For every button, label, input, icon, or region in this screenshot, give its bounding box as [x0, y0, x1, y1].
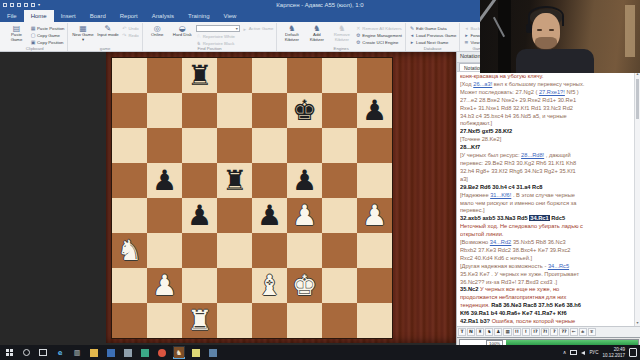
move-text[interactable]: 27.Nxf5 gxf5 28.Kf2	[460, 128, 512, 134]
notation-line: мало чем рискуют и именно они борются за	[460, 200, 634, 208]
square-b7[interactable]	[147, 93, 182, 128]
load-next-game-button[interactable]: ▸Load Next Game	[409, 39, 456, 45]
copy-game-button[interactable]: ▢Copy Game	[30, 32, 64, 38]
new-game-button[interactable]: ▦New Game ▾	[71, 23, 94, 42]
variation-text: перевес: 29.Be2 Rh3 30.Kg2 Rh6 31.Kf1 Kh…	[460, 160, 576, 166]
notation-line: 36.Nc2?? из-за Rd3+! 37.Bxd3 cxd3 .]	[460, 279, 634, 287]
variation-text: , дающий	[544, 152, 571, 158]
view-game-history-icon: ≡	[463, 39, 469, 45]
notation-line: [У черных был ресурс: 28...Rd8! , дающий	[460, 152, 634, 160]
notation-line: перевес: 29.Be2 Rh3 30.Kg2 Rh6 31.Kf1 Kh…	[460, 160, 634, 168]
tab-home[interactable]: Home	[24, 10, 54, 22]
tab-analysis[interactable]: Analysis	[145, 10, 181, 22]
button-label: Copy Position	[37, 40, 64, 45]
square-f1[interactable]	[287, 303, 322, 338]
task-view-icon[interactable]	[37, 346, 49, 359]
black-pawn-h7[interactable]: ♟	[357, 93, 392, 128]
variation-text: 36.Nc2?? из-за Rd3+! 37.Bxd3 cxd3 .]	[460, 279, 557, 285]
annotation-text: Неточный ход. Не следовало убирать ладью…	[460, 223, 583, 229]
redo-icon: ↷	[121, 32, 127, 38]
white-rook-c1[interactable]: ♜	[182, 303, 217, 338]
button-label: Paste Game	[5, 33, 28, 42]
square-g1[interactable]	[322, 303, 357, 338]
notation-line: 35.Nc2 У черных все еще не хуже, но	[460, 286, 634, 294]
square-b6[interactable]	[147, 128, 182, 163]
square-d3[interactable]	[217, 233, 252, 268]
annotation-text: У черных все еще не хуже, но	[480, 286, 559, 292]
variation-text: Nf5 )	[565, 89, 579, 95]
square-e1[interactable]	[252, 303, 287, 338]
square-f3[interactable]	[287, 233, 322, 268]
square-g5[interactable]	[322, 163, 357, 198]
move-text[interactable]: Kf6 39.Ra1 b4 40.Ra6+ Ke7 41.Ra7+ Kf6	[460, 310, 567, 316]
variation-text: мало чем рискуют и именно они борются за	[460, 200, 576, 206]
annotation-symbol-button[interactable]: ?!	[541, 328, 550, 336]
ribbon-group-label: Database	[409, 46, 456, 51]
notation-line: перевес.]	[460, 207, 634, 215]
variation-text: [Надежнее	[460, 192, 490, 198]
ribbon-group-database: ✎Edit Game Data◂Load Previous Game▸Load …	[406, 23, 460, 51]
square-d2[interactable]	[217, 268, 252, 303]
aquarium-app-icon[interactable]: ♞	[173, 346, 185, 359]
annotation-symbol-button[interactable]: ??	[559, 328, 568, 336]
presenter-torso	[516, 49, 594, 73]
paste-game-button[interactable]: ▤Paste Game	[5, 23, 28, 42]
button-label: Hard Disk	[173, 33, 192, 38]
tab-board[interactable]: Board	[83, 10, 113, 22]
move-link[interactable]: 34...Rd2	[490, 239, 512, 245]
variation-text: [У черных был ресурс:	[460, 152, 521, 158]
square-h6[interactable]	[357, 128, 392, 163]
square-f8[interactable]	[287, 58, 322, 93]
add-kibitzer-button[interactable]: ♞Add Kibitzer	[305, 23, 328, 42]
variation-text: [Точнее 28.Ke2]	[460, 136, 501, 142]
square-c5[interactable]	[182, 163, 217, 198]
button-label: Input mode	[97, 33, 119, 38]
white-pawn-f4[interactable]: ♟	[287, 198, 322, 233]
notation-line: [Другая надежная возможность - 34...Rc5	[460, 263, 634, 271]
paste-position-icon: ▦	[30, 25, 36, 31]
notation-line: a3]	[460, 176, 634, 184]
square-b8[interactable]	[147, 58, 182, 93]
square-h1[interactable]	[357, 303, 392, 338]
variation-text: Может последовать: 27.Ng2 (	[460, 89, 539, 95]
create-uci-engine-icon: ⚙	[355, 39, 361, 45]
notation-line: Rxe1+ 31.Nxe1 Rd8 32.Kf1 Rd1 33.Nc3 Rd2	[460, 105, 634, 113]
variation-text: побеждают.]	[460, 120, 492, 126]
variation-text: 34.b3 c4 35.bxc4 b4 36.Nd5 a5, и черные	[460, 113, 567, 119]
notation-line: Неточный ход. Не следовало убирать ладью…	[460, 223, 634, 231]
progress-row: 100%	[457, 337, 640, 345]
variation-text: . В этом случае черные	[511, 192, 575, 198]
load-previous-game-icon: ◂	[409, 32, 415, 38]
edit-game-data-icon: ✎	[409, 25, 415, 31]
square-h3[interactable]	[357, 233, 392, 268]
variation-text: 35.Nxb5 Rb8 36.Nc3	[511, 239, 565, 245]
edit-game-data-button[interactable]: ✎Edit Game Data	[409, 25, 456, 31]
square-a1[interactable]	[112, 303, 147, 338]
variation-text: Rbxb2 37.Ke3 Rdc2 38.Bxc4+ Ke7 39.Rxc2	[460, 247, 571, 253]
current-move[interactable]: 34.Rc1	[529, 215, 549, 221]
white-pawn-h4[interactable]: ♟	[357, 198, 392, 233]
square-g2[interactable]	[322, 268, 357, 303]
notation-line: 42.Ra1 b3? Ошибка, после которой черные	[460, 318, 634, 326]
white-bishop-e2[interactable]: ♝	[252, 268, 287, 303]
taskbar-icons: e▥♞	[3, 346, 219, 359]
square-c6[interactable]	[182, 128, 217, 163]
square-b1[interactable]	[147, 303, 182, 338]
square-b4[interactable]	[147, 198, 182, 233]
redo-button: ↷Redo	[121, 32, 138, 38]
button-label: Paste Position	[37, 26, 64, 31]
white-king-f2[interactable]: ♚	[287, 268, 322, 303]
search-icon[interactable]	[20, 346, 32, 359]
network-icon[interactable]	[570, 350, 577, 355]
annotation-text: коня-красавца на убогую клячу.	[460, 73, 543, 79]
button-label: Add Kibitzer	[305, 33, 328, 42]
variation-text: 27...e2 28.Bxe2 Nxe2+ 29.Rxe2 Rd1+ 30.Re…	[460, 97, 576, 103]
square-a4[interactable]	[112, 198, 147, 233]
move-link[interactable]: 26...a3!	[473, 81, 492, 87]
notation-line: 27.Nxf5 gxf5 28.Kf2	[460, 128, 634, 136]
square-g4[interactable]	[322, 198, 357, 233]
square-h2[interactable]	[357, 268, 392, 303]
variation-text: [Другая надежная возможность -	[460, 263, 548, 269]
notation-line: [Ход 26...a3! вел к большому перевесу че…	[460, 81, 634, 89]
annotation-symbol-button[interactable]: ♜	[476, 328, 484, 336]
variation-text: вел к большому перевесу черных.	[492, 81, 584, 87]
square-c4[interactable]: ♟	[182, 198, 217, 233]
app-icon-3[interactable]	[139, 346, 151, 359]
chess-board: ♜♚♟♟♜♟♟♟♟♟♞♟♝♚♜	[111, 57, 393, 339]
square-e4[interactable]: ♟	[252, 198, 287, 233]
button-label: Load Previous Game	[416, 33, 456, 38]
move-link[interactable]: 34...Rc5	[548, 263, 569, 269]
tray-chevron-up-icon[interactable]: ∧	[563, 350, 567, 355]
create-uci-engine-button[interactable]: ⚙Create UCI Engine	[355, 39, 402, 45]
button-label: Engine Management	[362, 33, 402, 38]
app-icon-2[interactable]	[122, 346, 134, 359]
notation-line: 27...e2 28.Bxe2 Nxe2+ 29.Rxe2 Rd1+ 30.Re…	[460, 97, 634, 105]
square-b3[interactable]	[147, 233, 182, 268]
back-icon: ◂	[463, 25, 469, 31]
variation-text: [Возможно	[460, 239, 490, 245]
annotation-symbol-button[interactable]: !!	[513, 328, 521, 336]
square-d8[interactable]	[217, 58, 252, 93]
square-g7[interactable]	[322, 93, 357, 128]
tab-insert[interactable]: Insert	[54, 10, 83, 22]
notation-line: продолжается неблагоприятная для них	[460, 294, 634, 302]
variation-text: 35.Ke3 Ke7 . У черных не хуже. Проигрыва…	[460, 271, 579, 277]
square-e5[interactable]	[252, 163, 287, 198]
button-label: Default Kibitzer	[280, 33, 303, 42]
square-c2[interactable]	[182, 268, 217, 303]
variation-text: Rxe1+ 31.Nxe1 Rd8 32.Kf1 Rd1 33.Nc3 Rd2	[460, 105, 573, 111]
square-h7[interactable]: ♟	[357, 93, 392, 128]
notation-line: побеждают.]	[460, 120, 634, 128]
system-tray: ∧ РУС 20:49 10.12.2017	[563, 347, 637, 358]
move-text[interactable]: 29.Be2 Rd6 30.h4 c4 31.a4 Rc8	[460, 184, 543, 190]
button-label: Undo	[128, 26, 138, 31]
notation-line: 28...Kf7	[460, 144, 634, 152]
square-g8[interactable]	[322, 58, 357, 93]
remove-all-kibitzers-icon: ✕	[355, 25, 361, 31]
square-d4[interactable]	[217, 198, 252, 233]
ribbon-group-label: Clipboard	[5, 46, 64, 51]
annotation-symbol-button[interactable]: ∓	[588, 328, 596, 336]
ribbon-group-label: game	[71, 46, 138, 51]
white-pawn-b2[interactable]: ♟	[147, 268, 182, 303]
undo-button: ↶Undo	[121, 25, 138, 31]
square-f5[interactable]: ♟	[287, 163, 322, 198]
square-a8[interactable]	[112, 58, 147, 93]
ribbon-group-label: Find Position	[146, 46, 274, 51]
square-d1[interactable]	[217, 303, 252, 338]
button-label: Remove All Kibitzers	[362, 26, 401, 31]
square-b5[interactable]: ♟	[147, 163, 182, 198]
black-rook-d5[interactable]: ♜	[217, 163, 252, 198]
tab-file[interactable]: File	[0, 10, 24, 22]
move-text[interactable]: Ra8 36.Ne3 Rac8 37.h5 Ke6 38.h6	[491, 302, 581, 308]
square-e6[interactable]	[252, 128, 287, 163]
copy-position-icon: ▣	[30, 39, 36, 45]
notation-line: Rxc2 40.Kd4 Kd6 с ничьей.]	[460, 255, 634, 263]
store-icon[interactable]: ▥	[71, 346, 83, 359]
square-a2[interactable]	[112, 268, 147, 303]
black-pawn-c4[interactable]: ♟	[182, 198, 217, 233]
copy-game-icon: ▢	[30, 32, 36, 38]
button-label: Edit Game Data	[416, 26, 447, 31]
square-e3[interactable]	[252, 233, 287, 268]
black-pawn-e4[interactable]: ♟	[252, 198, 287, 233]
square-b2[interactable]: ♟	[147, 268, 182, 303]
edge-icon[interactable]: e	[54, 346, 66, 359]
square-c1[interactable]: ♜	[182, 303, 217, 338]
variation-text: [Ход	[460, 81, 473, 87]
square-c8[interactable]: ♜	[182, 58, 217, 93]
square-f2[interactable]: ♚	[287, 268, 322, 303]
paste-position-button[interactable]: ▦Paste Position	[30, 25, 64, 31]
white-knight-a3[interactable]: ♞	[112, 233, 147, 268]
repertoire-white-icon: ♘	[196, 33, 202, 39]
button-label: New Game ▾	[71, 33, 94, 42]
engine-management-icon: ⚙	[355, 32, 361, 38]
board-area-background: ♜♚♟♟♜♟♟♟♟♟♞♟♝♚♜	[0, 52, 456, 345]
tab-report[interactable]: Report	[113, 10, 145, 22]
black-king-f7[interactable]: ♚	[287, 93, 322, 128]
active-game-icon: ▸	[242, 26, 248, 32]
square-h8[interactable]	[357, 58, 392, 93]
headphone-earcup	[526, 24, 532, 33]
notation-text: коня-красавца на убогую клячу.[Ход 26...…	[457, 71, 634, 326]
black-pawn-b5[interactable]: ♟	[147, 163, 182, 198]
move-text[interactable]: 28...Kf7	[460, 144, 480, 150]
black-pawn-f5[interactable]: ♟	[287, 163, 322, 198]
notation-line: 29.Be2 Rd6 30.h4 c4 31.a4 Rc8	[460, 184, 634, 192]
notes-icon[interactable]	[190, 346, 202, 359]
square-g6[interactable]	[322, 128, 357, 163]
button-label: Create UCI Engine	[362, 40, 398, 45]
online-button[interactable]: ◎Online	[146, 23, 169, 38]
windows-taskbar: e▥♞ ∧ РУС 20:49 10.12.2017	[0, 345, 640, 360]
load-previous-game-button[interactable]: ◂Load Previous Game	[409, 32, 456, 38]
move-text[interactable]: 42.Ra1 b3?	[460, 318, 492, 324]
presenter-eye	[549, 29, 554, 31]
repertoire-white-button: ♘Repertoire White	[196, 33, 274, 39]
square-h4[interactable]: ♟	[357, 198, 392, 233]
button-label: Active Game	[249, 26, 274, 31]
button-label: Online	[151, 33, 163, 38]
load-next-game-icon: ▸	[409, 39, 415, 45]
notation-line: Может последовать: 27.Ng2 ( 27.Rxe1?! Nf…	[460, 89, 634, 97]
notation-line: коня-красавца на убогую клячу.	[460, 73, 634, 81]
annotation-text: тенденция.	[460, 302, 491, 308]
move-link[interactable]: 27.Rxe1?!	[539, 89, 565, 95]
annotation-text: продолжается неблагоприятная для них	[460, 294, 566, 300]
annotation-symbol-button[interactable]: ←	[570, 328, 578, 336]
copy-position-button[interactable]: ▣Copy Position	[30, 39, 64, 45]
annotation-symbol-button[interactable]: !?	[531, 328, 540, 336]
annotation-toolbar: ТN♜♞♟▦!!!!??!???←±∓	[457, 326, 640, 337]
annotation-symbol-button[interactable]: ♟	[494, 328, 502, 336]
tab-training[interactable]: Training	[181, 10, 216, 22]
annotation-symbol-button[interactable]: ♞	[485, 328, 493, 336]
square-a5[interactable]	[112, 163, 147, 198]
square-a7[interactable]	[112, 93, 147, 128]
ribbon-group-engines: ♞Default Kibitzer♞Add Kibitzer♞Remove Ki…	[277, 23, 406, 51]
presenter-beard	[535, 37, 557, 50]
square-g3[interactable]	[322, 233, 357, 268]
move-text[interactable]: Rdc5	[550, 215, 566, 221]
presenter-eye	[537, 29, 542, 31]
variation-text: Rxc2 40.Kd4 Kd6 с ничьей.]	[460, 255, 532, 261]
default-kibitzer-button[interactable]: ♞Default Kibitzer	[280, 23, 303, 42]
input-mode-button[interactable]: ✎Input mode	[96, 23, 119, 38]
annotation-symbol-button[interactable]: Т	[458, 328, 466, 336]
speaker-icon[interactable]	[581, 351, 585, 355]
button-label: Back	[470, 26, 480, 31]
tab-view[interactable]: View	[217, 10, 244, 22]
background-frame	[625, 5, 635, 57]
undo-icon: ↶	[121, 25, 127, 31]
forward-icon: ▸	[463, 32, 469, 38]
remove-kibitzer-button: ♞Remove Kibitzer	[330, 23, 353, 42]
scroll-down-icon[interactable]: ▼	[635, 321, 640, 325]
square-f7[interactable]: ♚	[287, 93, 322, 128]
webcam-video	[480, 0, 640, 73]
annotation-symbol-button[interactable]: ±	[579, 328, 587, 336]
notation-line: тенденция. Ra8 36.Ne3 Rac8 37.h5 Ke6 38.…	[460, 302, 634, 310]
ribbon-group-label: Engines	[280, 46, 402, 51]
square-e7[interactable]	[252, 93, 287, 128]
find-position-combobox[interactable]	[196, 25, 240, 32]
square-h5[interactable]	[357, 163, 392, 198]
application-window: ▾ Карлсен - Адамс А55 (юол), 1:0 File Ho…	[0, 0, 640, 360]
square-d5[interactable]: ♜	[217, 163, 252, 198]
button-label: Load Next Game	[416, 40, 448, 45]
notation-line: Rbxb2 37.Ke3 Rdc2 38.Bxc4+ Ke7 39.Rxc2	[460, 247, 634, 255]
black-rook-c8[interactable]: ♜	[182, 58, 217, 93]
app-icon-1[interactable]	[105, 346, 117, 359]
notation-line: 35.Ke3 Ke7 . У черных не хуже. Проигрыва…	[460, 271, 634, 279]
ribbon-group-clipboard: ▤Paste Game▦Paste Position▢Copy Game▣Cop…	[2, 23, 68, 51]
start-button[interactable]	[3, 346, 15, 359]
square-a6[interactable]	[112, 128, 147, 163]
notation-scrollbar[interactable]: ▲ ▼	[634, 71, 640, 326]
square-a3[interactable]: ♞	[112, 233, 147, 268]
board-frame: ♜♚♟♟♜♟♟♟♟♟♞♟♝♚♜	[106, 52, 456, 343]
language-indicator[interactable]: РУС	[589, 350, 598, 355]
move-text[interactable]: 35.Nc2	[460, 286, 480, 292]
notation-line: Kf6 39.Ra1 b4 40.Ra6+ Ke7 41.Ra7+ Kf6	[460, 310, 634, 318]
notation-line: 32.axb5 axb5 33.Na3 Rd5 34.Rc1 Rdc5	[460, 215, 634, 223]
square-e2[interactable]: ♝	[252, 268, 287, 303]
notation-panel: Notation + Op Notation коня-красавца на …	[456, 52, 640, 345]
variation-text: перевес.]	[460, 207, 485, 213]
engine-management-button[interactable]: ⚙Engine Management	[355, 32, 402, 38]
button-label: Repertoire White	[203, 34, 235, 39]
annotation-symbol-button[interactable]: !	[522, 328, 530, 336]
ribbon-group-game: ▦New Game ▾✎Input mode↶Undo↷Redogame	[68, 23, 142, 51]
move-link[interactable]: 31...Kf6!	[490, 192, 511, 198]
move-link[interactable]: 28...Rd8!	[521, 152, 544, 158]
ribbon-group-find-position: ◎Online◒Hard Disk▸Active Game♘Repertoire…	[143, 23, 278, 51]
annotation-symbol-button[interactable]: N	[467, 328, 475, 336]
taskbar-clock[interactable]: 20:49 10.12.2017	[602, 347, 625, 358]
scrollbar-thumb[interactable]	[636, 79, 639, 119]
square-d6[interactable]	[217, 128, 252, 163]
variation-text: a3]	[460, 176, 468, 182]
button-label: Copy Game	[37, 33, 60, 38]
square-f4[interactable]: ♟	[287, 198, 322, 233]
variation-text: 32.h4 Rg8+ 33.Kf2 Rhg6 34.Nc3 Rg2+ 35.Kf…	[460, 168, 576, 174]
chrome-icon[interactable]	[156, 346, 168, 359]
remove-all-kibitzers-button: ✕Remove All Kibitzers	[355, 25, 402, 31]
notation-line: [Точнее 28.Ke2]	[460, 136, 634, 144]
annotation-symbol-button[interactable]: ▦	[503, 328, 511, 336]
notation-line: открытой линии.	[460, 231, 634, 239]
file-explorer-icon[interactable]	[88, 346, 100, 359]
square-c7[interactable]	[182, 93, 217, 128]
notation-line: 32.h4 Rg8+ 33.Kf2 Rhg6 34.Nc3 Rg2+ 35.Kf…	[460, 168, 634, 176]
notification-center-icon[interactable]	[629, 348, 637, 357]
annotation-text: Ошибка, после которой черные	[492, 318, 576, 324]
hard-disk-button[interactable]: ◒Hard Disk	[171, 23, 194, 38]
active-game-button: ▸Active Game	[242, 26, 274, 32]
button-label: Remove Kibitzer	[330, 33, 353, 42]
square-d7[interactable]	[217, 93, 252, 128]
button-label: Repertoire Black	[203, 41, 235, 46]
square-c3[interactable]	[182, 233, 217, 268]
annotation-symbol-button[interactable]: ?	[550, 328, 558, 336]
move-text[interactable]: 32.axb5 axb5 33.Na3 Rd5	[460, 215, 529, 221]
square-e8[interactable]	[252, 58, 287, 93]
annotation-text: открытой линии.	[460, 231, 503, 237]
square-f6[interactable]	[287, 128, 322, 163]
button-label: Redo	[128, 33, 138, 38]
paint-icon[interactable]	[207, 346, 219, 359]
notation-line: 34.b3 c4 35.bxc4 b4 36.Nd5 a5, и черные	[460, 113, 634, 121]
notation-line: [Надежнее 31...Kf6! . В этом случае черн…	[460, 192, 634, 200]
notation-line: [Возможно 34...Rd2 35.Nxb5 Rb8 36.Nc3	[460, 239, 634, 247]
clock-date: 10.12.2017	[602, 353, 625, 359]
